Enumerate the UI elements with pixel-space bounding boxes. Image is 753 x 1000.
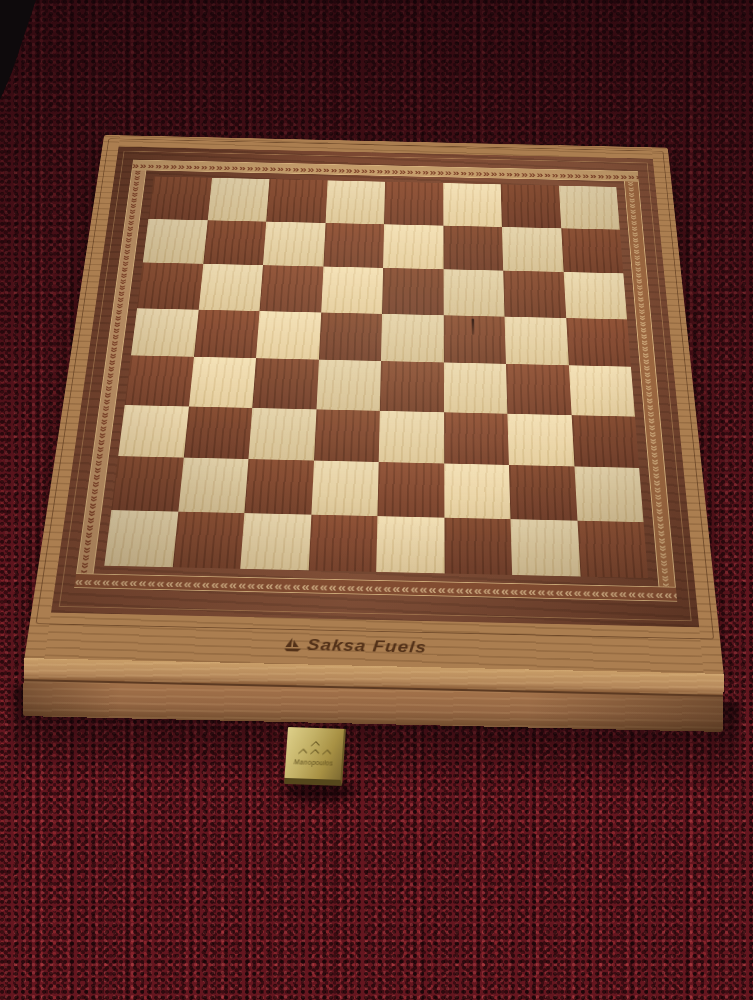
square-r0c2[interactable] <box>266 179 327 223</box>
square-r0c5[interactable] <box>443 183 502 227</box>
square-r1c4[interactable] <box>383 224 443 269</box>
edge-branding: Saksa Fuels <box>281 631 428 660</box>
square-r5c1[interactable] <box>183 406 252 459</box>
square-r4c7[interactable] <box>568 365 635 416</box>
board-squares <box>104 176 648 578</box>
brass-latch[interactable]: Manopoulos <box>284 727 346 786</box>
square-r2c1[interactable] <box>198 264 263 311</box>
square-r1c1[interactable] <box>203 220 266 265</box>
square-r2c4[interactable] <box>382 268 443 315</box>
square-r1c2[interactable] <box>263 221 325 266</box>
edge-brand-text: Saksa Fuels <box>305 635 427 657</box>
square-r2c2[interactable] <box>260 265 323 312</box>
square-r0c3[interactable] <box>325 180 385 224</box>
board-margin: »»»»»»»»»»»»»»»»»»»»»»»»»»»»»»»»»»»»»»»»… <box>51 147 699 628</box>
square-r0c4[interactable] <box>384 182 443 226</box>
square-r3c4[interactable] <box>381 314 443 363</box>
square-r1c5[interactable] <box>443 225 503 270</box>
photo-scene: »»»»»»»»»»»»»»»»»»»»»»»»»»»»»»»»»»»»»»»»… <box>0 0 753 1000</box>
square-r2c5[interactable] <box>443 269 504 316</box>
square-r7c5[interactable] <box>444 517 512 575</box>
square-r6c5[interactable] <box>444 463 511 518</box>
square-r4c4[interactable] <box>380 361 444 412</box>
square-r0c0[interactable] <box>148 176 211 220</box>
square-r1c7[interactable] <box>561 228 623 273</box>
chess-board-lid[interactable]: »»»»»»»»»»»»»»»»»»»»»»»»»»»»»»»»»»»»»»»»… <box>24 135 724 676</box>
square-r0c1[interactable] <box>207 178 269 222</box>
square-r4c1[interactable] <box>189 357 256 408</box>
square-r7c1[interactable] <box>172 511 244 569</box>
square-r2c6[interactable] <box>503 271 566 318</box>
square-r4c6[interactable] <box>506 364 571 415</box>
square-r3c3[interactable] <box>318 312 382 361</box>
square-r4c3[interactable] <box>316 360 381 411</box>
square-r6c0[interactable] <box>111 456 183 511</box>
square-r7c4[interactable] <box>376 516 444 574</box>
square-r3c1[interactable] <box>194 309 260 358</box>
wood-knot <box>472 318 475 334</box>
square-r1c3[interactable] <box>323 223 384 268</box>
latch-brand-text: Manopoulos <box>294 758 334 766</box>
square-r5c4[interactable] <box>379 410 444 463</box>
square-r0c7[interactable] <box>558 186 619 230</box>
square-r5c3[interactable] <box>314 409 380 462</box>
square-r4c5[interactable] <box>443 362 507 413</box>
square-r5c7[interactable] <box>571 415 639 468</box>
square-r3c5[interactable] <box>443 315 506 364</box>
square-r5c2[interactable] <box>248 408 316 461</box>
square-r6c6[interactable] <box>509 465 577 520</box>
square-r1c6[interactable] <box>502 227 563 272</box>
square-r2c0[interactable] <box>137 262 203 309</box>
square-r5c5[interactable] <box>444 412 509 465</box>
square-r3c7[interactable] <box>566 318 631 367</box>
latch-logo-icon <box>299 741 331 757</box>
square-r6c7[interactable] <box>574 466 643 521</box>
square-r0c6[interactable] <box>501 184 561 228</box>
square-r7c6[interactable] <box>510 519 580 577</box>
square-r7c7[interactable] <box>577 520 648 578</box>
square-r2c3[interactable] <box>321 267 383 314</box>
square-r3c0[interactable] <box>131 308 198 357</box>
square-r5c6[interactable] <box>507 413 574 466</box>
square-r1c0[interactable] <box>143 219 207 264</box>
square-r3c2[interactable] <box>256 311 321 360</box>
square-r6c3[interactable] <box>311 461 379 516</box>
inlay-band-bottom: ««««««««««««««««««««««««««««««««««««««««… <box>74 573 677 601</box>
square-r7c0[interactable] <box>104 510 178 568</box>
square-r4c0[interactable] <box>125 355 194 406</box>
square-r3c6[interactable] <box>505 316 569 365</box>
square-r6c4[interactable] <box>377 462 444 517</box>
sailboat-icon <box>282 636 304 653</box>
square-r5c0[interactable] <box>118 405 188 458</box>
square-r6c2[interactable] <box>244 459 313 514</box>
square-r6c1[interactable] <box>178 458 249 513</box>
square-r4c2[interactable] <box>252 358 318 409</box>
square-r2c7[interactable] <box>563 272 627 319</box>
square-r7c2[interactable] <box>240 513 311 571</box>
square-r7c3[interactable] <box>308 514 377 572</box>
